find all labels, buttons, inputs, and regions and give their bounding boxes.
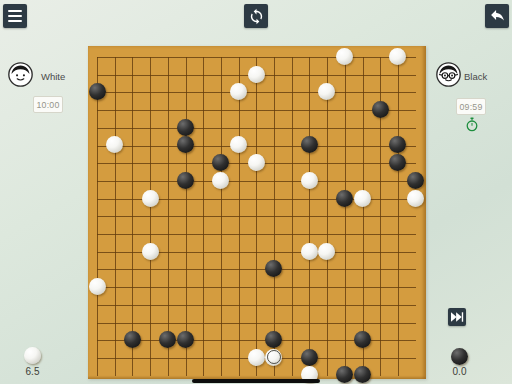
intersection-18-8[interactable] (407, 189, 425, 207)
intersection-18-16[interactable] (407, 331, 425, 349)
intersection-15-14[interactable] (354, 295, 372, 313)
intersection-10-9[interactable] (265, 207, 283, 225)
intersection-14-10[interactable] (336, 225, 354, 243)
intersection-0-11[interactable] (88, 242, 106, 260)
intersection-0-6[interactable] (88, 154, 106, 172)
intersection-16-12[interactable] (371, 260, 389, 278)
intersection-2-10[interactable] (124, 225, 142, 243)
intersection-2-11[interactable] (124, 242, 142, 260)
intersection-13-1[interactable] (318, 65, 336, 83)
intersection-0-9[interactable] (88, 207, 106, 225)
intersection-11-10[interactable] (283, 225, 301, 243)
intersection-15-8[interactable] (354, 189, 372, 207)
intersection-12-11[interactable] (300, 242, 318, 260)
intersection-14-0[interactable] (336, 48, 354, 66)
intersection-9-0[interactable] (247, 48, 265, 66)
intersection-5-14[interactable] (177, 295, 195, 313)
intersection-14-3[interactable] (336, 101, 354, 119)
intersection-12-14[interactable] (300, 295, 318, 313)
intersection-2-13[interactable] (124, 278, 142, 296)
intersection-3-5[interactable] (141, 136, 159, 154)
intersection-5-12[interactable] (177, 260, 195, 278)
intersection-8-1[interactable] (230, 65, 248, 83)
intersection-15-12[interactable] (354, 260, 372, 278)
intersection-14-7[interactable] (336, 172, 354, 190)
intersection-15-4[interactable] (354, 118, 372, 136)
intersection-18-15[interactable] (407, 313, 425, 331)
intersection-15-18[interactable] (354, 366, 372, 384)
intersection-1-18[interactable] (106, 366, 124, 384)
intersection-16-1[interactable] (371, 65, 389, 83)
intersection-5-9[interactable] (177, 207, 195, 225)
intersection-7-15[interactable] (212, 313, 230, 331)
intersection-11-16[interactable] (283, 331, 301, 349)
intersection-7-17[interactable] (212, 348, 230, 366)
intersection-1-6[interactable] (106, 154, 124, 172)
intersection-6-8[interactable] (194, 189, 212, 207)
intersection-13-17[interactable] (318, 348, 336, 366)
intersection-4-15[interactable] (159, 313, 177, 331)
intersection-2-17[interactable] (124, 348, 142, 366)
intersection-18-9[interactable] (407, 207, 425, 225)
intersection-16-2[interactable] (371, 83, 389, 101)
intersection-16-9[interactable] (371, 207, 389, 225)
intersection-11-6[interactable] (283, 154, 301, 172)
intersection-7-8[interactable] (212, 189, 230, 207)
intersection-14-5[interactable] (336, 136, 354, 154)
intersection-12-17[interactable] (300, 348, 318, 366)
intersection-13-6[interactable] (318, 154, 336, 172)
intersection-4-16[interactable] (159, 331, 177, 349)
intersection-15-11[interactable] (354, 242, 372, 260)
intersection-7-13[interactable] (212, 278, 230, 296)
intersection-12-13[interactable] (300, 278, 318, 296)
intersection-14-13[interactable] (336, 278, 354, 296)
intersection-16-18[interactable] (371, 366, 389, 384)
intersection-12-1[interactable] (300, 65, 318, 83)
intersection-12-12[interactable] (300, 260, 318, 278)
intersection-12-10[interactable] (300, 225, 318, 243)
intersection-6-5[interactable] (194, 136, 212, 154)
intersection-0-7[interactable] (88, 172, 106, 190)
intersection-13-3[interactable] (318, 101, 336, 119)
intersection-10-8[interactable] (265, 189, 283, 207)
intersection-6-17[interactable] (194, 348, 212, 366)
intersection-0-17[interactable] (88, 348, 106, 366)
intersection-4-18[interactable] (159, 366, 177, 384)
intersection-15-9[interactable] (354, 207, 372, 225)
intersection-5-4[interactable] (177, 118, 195, 136)
intersection-3-0[interactable] (141, 48, 159, 66)
intersection-1-0[interactable] (106, 48, 124, 66)
intersection-18-5[interactable] (407, 136, 425, 154)
intersection-1-15[interactable] (106, 313, 124, 331)
intersection-17-7[interactable] (389, 172, 407, 190)
intersection-5-16[interactable] (177, 331, 195, 349)
intersection-0-1[interactable] (88, 65, 106, 83)
intersection-1-7[interactable] (106, 172, 124, 190)
intersection-5-6[interactable] (177, 154, 195, 172)
intersection-6-10[interactable] (194, 225, 212, 243)
intersection-5-1[interactable] (177, 65, 195, 83)
intersection-8-16[interactable] (230, 331, 248, 349)
intersection-7-10[interactable] (212, 225, 230, 243)
intersection-10-10[interactable] (265, 225, 283, 243)
intersection-6-4[interactable] (194, 118, 212, 136)
intersection-6-15[interactable] (194, 313, 212, 331)
intersection-14-12[interactable] (336, 260, 354, 278)
intersection-0-5[interactable] (88, 136, 106, 154)
intersection-12-0[interactable] (300, 48, 318, 66)
intersection-2-6[interactable] (124, 154, 142, 172)
intersection-1-5[interactable] (106, 136, 124, 154)
undo-button[interactable] (485, 4, 509, 28)
intersection-14-11[interactable] (336, 242, 354, 260)
intersection-9-10[interactable] (247, 225, 265, 243)
intersection-4-10[interactable] (159, 225, 177, 243)
intersection-7-16[interactable] (212, 331, 230, 349)
gesture-navigation-bar[interactable] (192, 379, 320, 383)
intersection-18-4[interactable] (407, 118, 425, 136)
intersection-5-13[interactable] (177, 278, 195, 296)
intersection-15-7[interactable] (354, 172, 372, 190)
intersection-2-9[interactable] (124, 207, 142, 225)
intersection-7-14[interactable] (212, 295, 230, 313)
intersection-11-15[interactable] (283, 313, 301, 331)
intersection-2-0[interactable] (124, 48, 142, 66)
intersection-3-17[interactable] (141, 348, 159, 366)
intersection-8-12[interactable] (230, 260, 248, 278)
intersection-16-13[interactable] (371, 278, 389, 296)
intersection-0-12[interactable] (88, 260, 106, 278)
intersection-12-15[interactable] (300, 313, 318, 331)
intersection-13-14[interactable] (318, 295, 336, 313)
intersection-17-8[interactable] (389, 189, 407, 207)
intersection-5-2[interactable] (177, 83, 195, 101)
intersection-3-10[interactable] (141, 225, 159, 243)
intersection-9-12[interactable] (247, 260, 265, 278)
intersection-1-3[interactable] (106, 101, 124, 119)
intersection-9-15[interactable] (247, 313, 265, 331)
intersection-2-12[interactable] (124, 260, 142, 278)
intersection-17-15[interactable] (389, 313, 407, 331)
intersection-18-13[interactable] (407, 278, 425, 296)
intersection-17-3[interactable] (389, 101, 407, 119)
intersection-5-8[interactable] (177, 189, 195, 207)
intersection-16-8[interactable] (371, 189, 389, 207)
intersection-10-7[interactable] (265, 172, 283, 190)
intersection-3-9[interactable] (141, 207, 159, 225)
intersection-2-3[interactable] (124, 101, 142, 119)
intersection-14-17[interactable] (336, 348, 354, 366)
intersection-10-11[interactable] (265, 242, 283, 260)
intersection-17-10[interactable] (389, 225, 407, 243)
fast-forward-button[interactable] (448, 308, 466, 326)
intersection-7-5[interactable] (212, 136, 230, 154)
intersection-4-13[interactable] (159, 278, 177, 296)
intersection-14-6[interactable] (336, 154, 354, 172)
intersection-13-0[interactable] (318, 48, 336, 66)
intersection-15-17[interactable] (354, 348, 372, 366)
intersection-15-2[interactable] (354, 83, 372, 101)
intersection-16-4[interactable] (371, 118, 389, 136)
intersection-2-16[interactable] (124, 331, 142, 349)
intersection-15-0[interactable] (354, 48, 372, 66)
intersection-6-7[interactable] (194, 172, 212, 190)
intersection-10-17[interactable] (265, 348, 283, 366)
intersection-15-3[interactable] (354, 101, 372, 119)
intersection-16-7[interactable] (371, 172, 389, 190)
intersection-6-13[interactable] (194, 278, 212, 296)
intersection-13-13[interactable] (318, 278, 336, 296)
intersection-10-13[interactable] (265, 278, 283, 296)
intersection-13-18[interactable] (318, 366, 336, 384)
intersection-1-14[interactable] (106, 295, 124, 313)
intersection-11-13[interactable] (283, 278, 301, 296)
intersection-4-6[interactable] (159, 154, 177, 172)
intersection-11-7[interactable] (283, 172, 301, 190)
intersection-3-16[interactable] (141, 331, 159, 349)
intersection-9-1[interactable] (247, 65, 265, 83)
intersection-17-18[interactable] (389, 366, 407, 384)
intersection-11-1[interactable] (283, 65, 301, 83)
intersection-14-9[interactable] (336, 207, 354, 225)
intersection-11-9[interactable] (283, 207, 301, 225)
intersection-8-0[interactable] (230, 48, 248, 66)
intersection-0-10[interactable] (88, 225, 106, 243)
intersection-11-14[interactable] (283, 295, 301, 313)
intersection-4-7[interactable] (159, 172, 177, 190)
intersection-6-0[interactable] (194, 48, 212, 66)
intersection-12-3[interactable] (300, 101, 318, 119)
intersection-13-12[interactable] (318, 260, 336, 278)
intersection-16-0[interactable] (371, 48, 389, 66)
intersection-3-18[interactable] (141, 366, 159, 384)
intersection-4-1[interactable] (159, 65, 177, 83)
intersection-0-15[interactable] (88, 313, 106, 331)
intersection-2-1[interactable] (124, 65, 142, 83)
intersection-4-8[interactable] (159, 189, 177, 207)
intersection-9-5[interactable] (247, 136, 265, 154)
intersection-3-13[interactable] (141, 278, 159, 296)
intersection-16-16[interactable] (371, 331, 389, 349)
intersection-13-16[interactable] (318, 331, 336, 349)
intersection-14-18[interactable] (336, 366, 354, 384)
intersection-12-6[interactable] (300, 154, 318, 172)
intersection-3-3[interactable] (141, 101, 159, 119)
intersection-11-5[interactable] (283, 136, 301, 154)
intersection-1-11[interactable] (106, 242, 124, 260)
intersection-0-3[interactable] (88, 101, 106, 119)
intersection-1-4[interactable] (106, 118, 124, 136)
intersection-8-7[interactable] (230, 172, 248, 190)
intersection-18-6[interactable] (407, 154, 425, 172)
intersection-6-3[interactable] (194, 101, 212, 119)
intersection-18-17[interactable] (407, 348, 425, 366)
intersection-15-5[interactable] (354, 136, 372, 154)
intersection-9-3[interactable] (247, 101, 265, 119)
intersection-14-15[interactable] (336, 313, 354, 331)
intersection-17-1[interactable] (389, 65, 407, 83)
intersection-1-8[interactable] (106, 189, 124, 207)
intersection-14-8[interactable] (336, 189, 354, 207)
intersection-6-11[interactable] (194, 242, 212, 260)
intersection-18-14[interactable] (407, 295, 425, 313)
intersection-2-8[interactable] (124, 189, 142, 207)
intersection-11-0[interactable] (283, 48, 301, 66)
intersection-10-16[interactable] (265, 331, 283, 349)
intersection-13-7[interactable] (318, 172, 336, 190)
intersection-5-17[interactable] (177, 348, 195, 366)
intersection-9-9[interactable] (247, 207, 265, 225)
intersection-16-10[interactable] (371, 225, 389, 243)
sync-button[interactable] (244, 4, 268, 28)
intersection-3-15[interactable] (141, 313, 159, 331)
intersection-7-11[interactable] (212, 242, 230, 260)
intersection-0-18[interactable] (88, 366, 106, 384)
intersection-10-2[interactable] (265, 83, 283, 101)
intersection-10-15[interactable] (265, 313, 283, 331)
intersection-17-5[interactable] (389, 136, 407, 154)
intersection-1-9[interactable] (106, 207, 124, 225)
intersection-15-6[interactable] (354, 154, 372, 172)
intersection-13-11[interactable] (318, 242, 336, 260)
intersection-8-13[interactable] (230, 278, 248, 296)
intersection-1-1[interactable] (106, 65, 124, 83)
intersection-17-13[interactable] (389, 278, 407, 296)
intersection-4-14[interactable] (159, 295, 177, 313)
intersection-9-8[interactable] (247, 189, 265, 207)
intersection-4-11[interactable] (159, 242, 177, 260)
intersection-8-9[interactable] (230, 207, 248, 225)
intersection-15-15[interactable] (354, 313, 372, 331)
intersection-4-12[interactable] (159, 260, 177, 278)
intersection-10-4[interactable] (265, 118, 283, 136)
intersection-17-11[interactable] (389, 242, 407, 260)
intersection-3-2[interactable] (141, 83, 159, 101)
intersection-7-4[interactable] (212, 118, 230, 136)
intersection-15-10[interactable] (354, 225, 372, 243)
intersection-7-0[interactable] (212, 48, 230, 66)
intersection-8-3[interactable] (230, 101, 248, 119)
intersection-12-16[interactable] (300, 331, 318, 349)
intersection-10-14[interactable] (265, 295, 283, 313)
intersection-0-16[interactable] (88, 331, 106, 349)
intersection-7-12[interactable] (212, 260, 230, 278)
intersection-4-4[interactable] (159, 118, 177, 136)
intersection-0-2[interactable] (88, 83, 106, 101)
intersection-6-16[interactable] (194, 331, 212, 349)
intersection-8-8[interactable] (230, 189, 248, 207)
intersection-10-6[interactable] (265, 154, 283, 172)
intersection-2-7[interactable] (124, 172, 142, 190)
intersection-11-8[interactable] (283, 189, 301, 207)
intersection-9-2[interactable] (247, 83, 265, 101)
intersection-13-4[interactable] (318, 118, 336, 136)
intersection-16-14[interactable] (371, 295, 389, 313)
intersection-18-2[interactable] (407, 83, 425, 101)
intersection-8-10[interactable] (230, 225, 248, 243)
intersection-10-3[interactable] (265, 101, 283, 119)
intersection-0-13[interactable] (88, 278, 106, 296)
intersection-7-6[interactable] (212, 154, 230, 172)
intersection-18-11[interactable] (407, 242, 425, 260)
intersection-8-6[interactable] (230, 154, 248, 172)
intersection-18-10[interactable] (407, 225, 425, 243)
intersection-2-15[interactable] (124, 313, 142, 331)
intersection-17-0[interactable] (389, 48, 407, 66)
intersection-4-3[interactable] (159, 101, 177, 119)
intersection-12-7[interactable] (300, 172, 318, 190)
intersection-6-9[interactable] (194, 207, 212, 225)
menu-button[interactable] (3, 4, 27, 28)
intersection-3-14[interactable] (141, 295, 159, 313)
intersection-9-13[interactable] (247, 278, 265, 296)
intersection-3-6[interactable] (141, 154, 159, 172)
intersection-14-16[interactable] (336, 331, 354, 349)
intersection-18-3[interactable] (407, 101, 425, 119)
intersection-6-14[interactable] (194, 295, 212, 313)
intersection-1-13[interactable] (106, 278, 124, 296)
intersection-12-8[interactable] (300, 189, 318, 207)
intersection-8-17[interactable] (230, 348, 248, 366)
intersection-13-9[interactable] (318, 207, 336, 225)
intersection-10-0[interactable] (265, 48, 283, 66)
intersection-15-16[interactable] (354, 331, 372, 349)
intersection-17-4[interactable] (389, 118, 407, 136)
intersection-17-14[interactable] (389, 295, 407, 313)
intersection-13-2[interactable] (318, 83, 336, 101)
intersection-9-16[interactable] (247, 331, 265, 349)
intersection-8-4[interactable] (230, 118, 248, 136)
intersection-12-2[interactable] (300, 83, 318, 101)
intersection-13-5[interactable] (318, 136, 336, 154)
intersection-12-4[interactable] (300, 118, 318, 136)
intersection-0-0[interactable] (88, 48, 106, 66)
intersection-16-15[interactable] (371, 313, 389, 331)
intersection-10-12[interactable] (265, 260, 283, 278)
intersection-11-17[interactable] (283, 348, 301, 366)
intersection-18-1[interactable] (407, 65, 425, 83)
intersection-3-11[interactable] (141, 242, 159, 260)
intersection-17-17[interactable] (389, 348, 407, 366)
intersection-16-3[interactable] (371, 101, 389, 119)
intersection-4-5[interactable] (159, 136, 177, 154)
intersection-17-9[interactable] (389, 207, 407, 225)
intersection-8-2[interactable] (230, 83, 248, 101)
intersection-5-0[interactable] (177, 48, 195, 66)
intersection-16-6[interactable] (371, 154, 389, 172)
intersection-18-7[interactable] (407, 172, 425, 190)
intersection-11-11[interactable] (283, 242, 301, 260)
intersection-7-9[interactable] (212, 207, 230, 225)
intersection-2-5[interactable] (124, 136, 142, 154)
intersection-5-10[interactable] (177, 225, 195, 243)
intersection-11-2[interactable] (283, 83, 301, 101)
intersection-16-5[interactable] (371, 136, 389, 154)
intersection-1-16[interactable] (106, 331, 124, 349)
intersection-4-17[interactable] (159, 348, 177, 366)
intersection-4-2[interactable] (159, 83, 177, 101)
intersection-9-11[interactable] (247, 242, 265, 260)
intersection-7-1[interactable] (212, 65, 230, 83)
intersection-13-15[interactable] (318, 313, 336, 331)
intersection-5-3[interactable] (177, 101, 195, 119)
intersection-10-5[interactable] (265, 136, 283, 154)
intersection-1-10[interactable] (106, 225, 124, 243)
intersection-5-11[interactable] (177, 242, 195, 260)
intersection-17-16[interactable] (389, 331, 407, 349)
